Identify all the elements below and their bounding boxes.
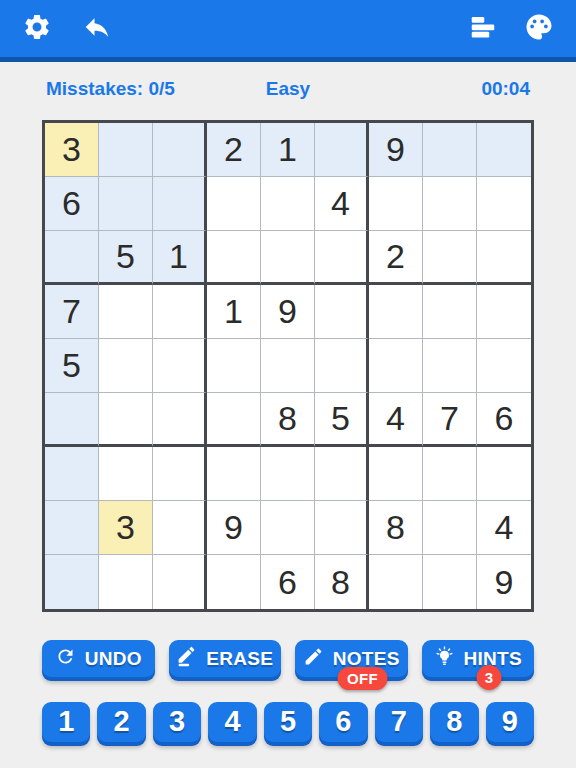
cell-r4c4[interactable]: 1 xyxy=(207,285,261,339)
cell-r1c7[interactable]: 9 xyxy=(369,123,423,177)
cell-r3c6[interactable] xyxy=(315,231,369,285)
cell-r6c4[interactable] xyxy=(207,393,261,447)
top-bar-left xyxy=(20,12,114,46)
numpad-key-6[interactable]: 6 xyxy=(319,702,367,742)
stats-button[interactable] xyxy=(466,12,500,46)
cell-r8c2[interactable]: 3 xyxy=(99,501,153,555)
notes-off-badge: OFF xyxy=(337,667,388,690)
palette-icon xyxy=(524,12,554,45)
cell-r9c7[interactable] xyxy=(369,555,423,609)
cell-r4c5[interactable]: 9 xyxy=(261,285,315,339)
erase-label: ERASE xyxy=(206,648,273,670)
pencil-icon xyxy=(303,646,324,672)
cell-r6c9[interactable]: 6 xyxy=(477,393,531,447)
cell-r8c1[interactable] xyxy=(45,501,99,555)
cell-r9c4[interactable] xyxy=(207,555,261,609)
cell-r7c9[interactable] xyxy=(477,447,531,501)
numpad-key-8[interactable]: 8 xyxy=(430,702,478,742)
numpad-key-9[interactable]: 9 xyxy=(486,702,534,742)
hints-count-badge: 3 xyxy=(477,665,502,690)
cell-r5c1[interactable]: 5 xyxy=(45,339,99,393)
cell-r6c1[interactable] xyxy=(45,393,99,447)
cell-r3c9[interactable] xyxy=(477,231,531,285)
numpad-key-3[interactable]: 3 xyxy=(153,702,201,742)
cell-r8c4[interactable]: 9 xyxy=(207,501,261,555)
toolbar: UNDO ERASE NOTES OFF HINTS 3 xyxy=(42,640,534,677)
cell-r7c2[interactable] xyxy=(99,447,153,501)
cell-r7c4[interactable] xyxy=(207,447,261,501)
back-button[interactable] xyxy=(80,12,114,46)
numpad-key-5[interactable]: 5 xyxy=(264,702,312,742)
cell-r1c9[interactable] xyxy=(477,123,531,177)
cell-r8c7[interactable]: 8 xyxy=(369,501,423,555)
cell-r4c9[interactable] xyxy=(477,285,531,339)
cell-r2c7[interactable] xyxy=(369,177,423,231)
cell-r2c4[interactable] xyxy=(207,177,261,231)
cell-r6c8[interactable]: 7 xyxy=(423,393,477,447)
cell-r1c8[interactable] xyxy=(423,123,477,177)
cell-r8c9[interactable]: 4 xyxy=(477,501,531,555)
cell-r1c5[interactable]: 1 xyxy=(261,123,315,177)
cell-r9c1[interactable] xyxy=(45,555,99,609)
cell-r5c2[interactable] xyxy=(99,339,153,393)
cell-r4c7[interactable] xyxy=(369,285,423,339)
cell-r3c7[interactable]: 2 xyxy=(369,231,423,285)
cell-r5c5[interactable] xyxy=(261,339,315,393)
cell-r2c6[interactable]: 4 xyxy=(315,177,369,231)
cell-r7c8[interactable] xyxy=(423,447,477,501)
cell-r7c7[interactable] xyxy=(369,447,423,501)
cell-r8c6[interactable] xyxy=(315,501,369,555)
cell-r5c8[interactable] xyxy=(423,339,477,393)
cell-r5c4[interactable] xyxy=(207,339,261,393)
cell-r6c7[interactable]: 4 xyxy=(369,393,423,447)
cell-r5c3[interactable] xyxy=(153,339,207,393)
cell-r6c5[interactable]: 8 xyxy=(261,393,315,447)
cell-r2c3[interactable] xyxy=(153,177,207,231)
cell-r7c6[interactable] xyxy=(315,447,369,501)
numpad-key-7[interactable]: 7 xyxy=(375,702,423,742)
stats-bars-icon xyxy=(468,12,498,45)
mistakes-label: Misstakes: 0/5 xyxy=(46,78,207,100)
cell-r4c3[interactable] xyxy=(153,285,207,339)
cell-r2c5[interactable] xyxy=(261,177,315,231)
theme-button[interactable] xyxy=(522,12,556,46)
cell-r4c6[interactable] xyxy=(315,285,369,339)
cell-r9c9[interactable]: 9 xyxy=(477,555,531,609)
cell-r5c7[interactable] xyxy=(369,339,423,393)
cell-r2c8[interactable] xyxy=(423,177,477,231)
undo-button[interactable]: UNDO xyxy=(42,640,155,677)
cell-r1c4[interactable]: 2 xyxy=(207,123,261,177)
undo-label: UNDO xyxy=(85,648,142,670)
cell-r7c3[interactable] xyxy=(153,447,207,501)
cell-r1c2[interactable] xyxy=(99,123,153,177)
cell-r7c1[interactable] xyxy=(45,447,99,501)
cell-r1c3[interactable] xyxy=(153,123,207,177)
lightbulb-icon xyxy=(434,646,455,672)
cell-r4c2[interactable] xyxy=(99,285,153,339)
cell-r1c1[interactable]: 3 xyxy=(45,123,99,177)
cell-r9c8[interactable] xyxy=(423,555,477,609)
settings-button[interactable] xyxy=(20,12,54,46)
numpad-key-1[interactable]: 1 xyxy=(42,702,90,742)
numpad-key-2[interactable]: 2 xyxy=(97,702,145,742)
timer-label: 00:04 xyxy=(369,78,530,100)
notes-button[interactable]: NOTES OFF xyxy=(295,640,408,677)
cell-r5c9[interactable] xyxy=(477,339,531,393)
erase-button[interactable]: ERASE xyxy=(169,640,282,677)
cell-r4c8[interactable] xyxy=(423,285,477,339)
number-pad: 1 2 3 4 5 6 7 8 9 xyxy=(42,702,534,742)
app-screen: Misstakes: 0/5 Easy 00:04 32196451271958… xyxy=(0,0,576,768)
cell-r3c3[interactable]: 1 xyxy=(153,231,207,285)
cell-r4c1[interactable]: 7 xyxy=(45,285,99,339)
cell-r9c3[interactable] xyxy=(153,555,207,609)
cell-r6c6[interactable]: 5 xyxy=(315,393,369,447)
cell-r9c2[interactable] xyxy=(99,555,153,609)
cell-r2c1[interactable]: 6 xyxy=(45,177,99,231)
sudoku-board: 3219645127195854763984689 xyxy=(42,120,534,612)
cell-r2c9[interactable] xyxy=(477,177,531,231)
numpad-key-4[interactable]: 4 xyxy=(208,702,256,742)
cell-r6c2[interactable] xyxy=(99,393,153,447)
cell-r3c8[interactable] xyxy=(423,231,477,285)
cell-r7c5[interactable] xyxy=(261,447,315,501)
eraser-pencil-icon xyxy=(176,646,197,672)
difficulty-label: Easy xyxy=(207,78,368,100)
cell-r9c5[interactable]: 6 xyxy=(261,555,315,609)
status-row: Misstakes: 0/5 Easy 00:04 xyxy=(0,78,576,100)
gear-icon xyxy=(22,12,52,45)
cell-r3c5[interactable] xyxy=(261,231,315,285)
cell-r8c3[interactable] xyxy=(153,501,207,555)
cell-r6c3[interactable] xyxy=(153,393,207,447)
top-bar xyxy=(0,0,576,62)
cell-r3c4[interactable] xyxy=(207,231,261,285)
cell-r5c6[interactable] xyxy=(315,339,369,393)
back-arrow-icon xyxy=(82,12,112,45)
top-bar-right xyxy=(466,12,556,46)
cell-r9c6[interactable]: 8 xyxy=(315,555,369,609)
undo-circular-arrow-icon xyxy=(55,646,76,672)
hints-button[interactable]: HINTS 3 xyxy=(422,640,535,677)
cell-r1c6[interactable] xyxy=(315,123,369,177)
cell-r8c5[interactable] xyxy=(261,501,315,555)
cell-r3c1[interactable] xyxy=(45,231,99,285)
cell-r2c2[interactable] xyxy=(99,177,153,231)
cell-r8c8[interactable] xyxy=(423,501,477,555)
cell-r3c2[interactable]: 5 xyxy=(99,231,153,285)
